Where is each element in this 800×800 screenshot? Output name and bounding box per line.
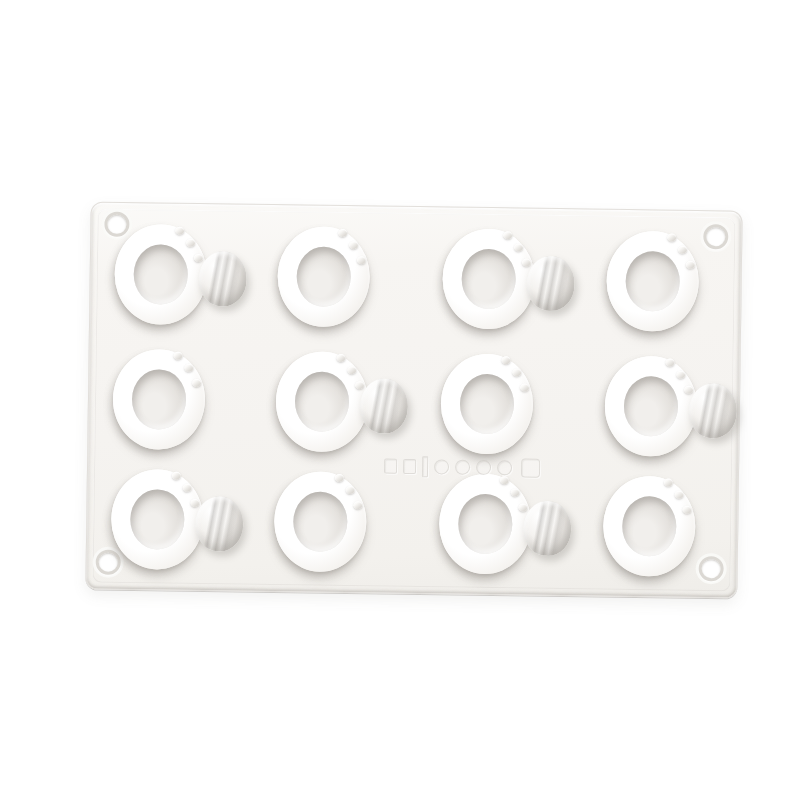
food-safe-round-icon-3-icon [476,459,491,474]
ring-cavity-r1-c3 [442,228,577,330]
prong-bump-3 [686,261,695,269]
ring-hole [624,376,679,437]
prong-bump-3 [353,501,362,509]
prong-bump-3 [518,503,527,511]
certification-frame-icon-icon [521,458,540,477]
food-safe-round-icon-2-icon [455,459,470,474]
gem-bump [198,251,247,307]
prong-bump-3 [192,379,201,387]
ring-hole [133,244,188,305]
prong-bump-3 [190,499,199,507]
mold-tray [85,201,742,598]
prong-bump-3 [194,254,203,262]
gem-bump [688,383,737,439]
product-photo [0,0,800,800]
prong-bump-2 [184,364,193,372]
ring-cavity-r2-c3 [440,353,575,455]
brand-character-2-icon [403,458,416,473]
prong-bump-3 [684,386,693,394]
ring-hole [293,491,348,552]
prong-bump-2 [676,371,685,379]
ring-hole [132,369,187,430]
prong-bump-1 [337,354,346,362]
prong-bump-2 [349,241,358,249]
prong-bump-1 [174,352,183,360]
ring-hole [296,246,351,307]
divider-bar-icon [422,456,428,477]
ring-cavity-r2-c2 [275,351,410,453]
ring-cavity-r3-c2 [274,471,409,573]
ring-hole [461,249,516,310]
prong-bump-1 [172,472,181,480]
ring-hole [295,371,350,432]
food-safe-round-icon-1-icon [434,459,449,474]
prong-bump-2 [675,491,684,499]
ring-hole [458,494,513,555]
prong-bump-3 [522,258,531,266]
gem-bump [195,496,244,552]
ring-cavity-r2-c4 [604,356,739,458]
ring-cavity-r1-c2 [277,226,412,328]
gem-bump [526,256,575,312]
prong-bump-2 [347,366,356,374]
gem-bump [523,501,572,557]
prong-bump-1 [175,227,184,235]
food-safe-round-icon-4-icon [497,460,512,475]
prong-bump-3 [682,506,691,514]
prong-bump-1 [665,359,674,367]
ring-cavity-r3-c1 [111,469,246,571]
prong-bump-1 [667,234,676,242]
prong-bump-1 [503,231,512,239]
prong-bump-2 [514,243,523,251]
embossed-stamp-row [384,453,540,481]
prong-bump-2 [511,488,520,496]
prong-bump-1 [335,474,344,482]
ring-hole [460,374,515,435]
prong-bump-2 [512,368,521,376]
ring-cavity-r2-c1 [112,349,247,451]
prong-bump-2 [346,486,355,494]
prong-bump-2 [678,246,687,254]
ring-cavity-r1-c4 [606,231,741,333]
ring-cavity-r3-c3 [439,473,574,575]
prong-bump-1 [338,229,347,237]
prong-bump-3 [355,381,364,389]
ring-cavity-r1-c1 [114,224,249,326]
ring-hole [130,489,185,550]
prong-bump-3 [357,256,366,264]
ring-cavity-r3-c4 [603,476,738,578]
prong-bump-2 [186,239,195,247]
ring-hole [625,251,680,312]
prong-bump-3 [520,383,529,391]
prong-bump-1 [502,356,511,364]
gem-bump [360,378,409,434]
prong-bump-1 [664,478,673,486]
brand-character-1-icon [384,458,397,473]
prong-bump-2 [183,484,192,492]
ring-hole [622,496,677,557]
cavity-grid [86,202,741,597]
